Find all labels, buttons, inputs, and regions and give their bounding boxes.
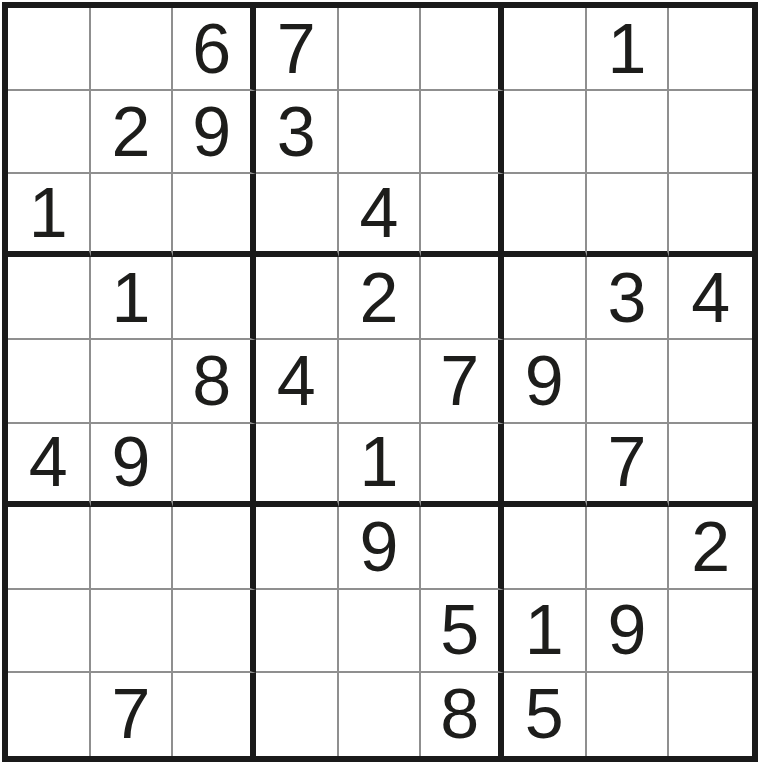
cell-r2c5[interactable]	[339, 91, 422, 174]
given-digit: 4	[691, 263, 730, 333]
cell-r2c4[interactable]: 3	[256, 91, 339, 174]
given-digit: 1	[29, 178, 68, 248]
cell-r7c3[interactable]	[173, 507, 256, 590]
cell-r4c3[interactable]	[173, 257, 256, 340]
cell-r2c2[interactable]: 2	[91, 91, 174, 174]
cell-r3c7[interactable]	[504, 174, 587, 257]
given-digit: 3	[608, 263, 647, 333]
cell-r7c7[interactable]	[504, 507, 587, 590]
cell-r2c6[interactable]	[421, 91, 504, 174]
cell-r6c6[interactable]	[421, 424, 504, 507]
given-digit: 4	[360, 178, 399, 248]
given-digit: 8	[192, 346, 231, 416]
cell-r1c6[interactable]	[421, 8, 504, 91]
given-digit: 5	[525, 679, 564, 749]
cell-r9c4[interactable]	[256, 673, 339, 756]
cell-r6c7[interactable]	[504, 424, 587, 507]
cell-r9c2[interactable]: 7	[91, 673, 174, 756]
cell-r9c3[interactable]	[173, 673, 256, 756]
cell-r4c2[interactable]: 1	[91, 257, 174, 340]
given-digit: 7	[112, 679, 151, 749]
cell-r8c4[interactable]	[256, 590, 339, 673]
cell-r2c1[interactable]	[8, 91, 91, 174]
cell-r7c6[interactable]	[421, 507, 504, 590]
cell-r6c2[interactable]: 9	[91, 424, 174, 507]
cell-r3c8[interactable]	[587, 174, 670, 257]
cell-r5c3[interactable]: 8	[173, 340, 256, 423]
cell-r4c4[interactable]	[256, 257, 339, 340]
cell-r4c7[interactable]	[504, 257, 587, 340]
cell-r8c3[interactable]	[173, 590, 256, 673]
cell-r9c9[interactable]	[669, 673, 752, 756]
given-digit: 9	[525, 346, 564, 416]
cell-r3c9[interactable]	[669, 174, 752, 257]
cell-r5c5[interactable]	[339, 340, 422, 423]
cell-r3c5[interactable]: 4	[339, 174, 422, 257]
given-digit: 1	[112, 263, 151, 333]
cell-r5c2[interactable]	[91, 340, 174, 423]
cell-r9c1[interactable]	[8, 673, 91, 756]
cell-r6c8[interactable]: 7	[587, 424, 670, 507]
cell-r4c1[interactable]	[8, 257, 91, 340]
given-digit: 8	[440, 679, 479, 749]
cell-r5c9[interactable]	[669, 340, 752, 423]
given-digit: 2	[360, 263, 399, 333]
cell-r5c8[interactable]	[587, 340, 670, 423]
given-digit: 9	[608, 595, 647, 665]
cell-r7c8[interactable]	[587, 507, 670, 590]
cell-r7c1[interactable]	[8, 507, 91, 590]
cell-r8c1[interactable]	[8, 590, 91, 673]
cell-r1c3[interactable]: 6	[173, 8, 256, 91]
cell-r3c4[interactable]	[256, 174, 339, 257]
given-digit: 4	[277, 346, 316, 416]
cell-r8c5[interactable]	[339, 590, 422, 673]
given-digit: 2	[112, 97, 151, 167]
cell-r5c1[interactable]	[8, 340, 91, 423]
cell-r1c2[interactable]	[91, 8, 174, 91]
cell-r4c5[interactable]: 2	[339, 257, 422, 340]
cell-r9c6[interactable]: 8	[421, 673, 504, 756]
cell-r7c4[interactable]	[256, 507, 339, 590]
cell-r3c2[interactable]	[91, 174, 174, 257]
cell-r7c2[interactable]	[91, 507, 174, 590]
cell-r4c9[interactable]: 4	[669, 257, 752, 340]
given-digit: 7	[277, 14, 316, 84]
cell-r8c2[interactable]	[91, 590, 174, 673]
given-digit: 4	[29, 427, 68, 497]
cell-r1c7[interactable]	[504, 8, 587, 91]
cell-r7c5[interactable]: 9	[339, 507, 422, 590]
cell-r8c7[interactable]: 1	[504, 590, 587, 673]
given-digit: 5	[440, 595, 479, 665]
given-digit: 9	[112, 427, 151, 497]
cell-r1c8[interactable]: 1	[587, 8, 670, 91]
cell-r5c7[interactable]: 9	[504, 340, 587, 423]
given-digit: 6	[192, 14, 231, 84]
cell-r6c4[interactable]	[256, 424, 339, 507]
cell-r6c5[interactable]: 1	[339, 424, 422, 507]
cell-r9c5[interactable]	[339, 673, 422, 756]
cell-r9c7[interactable]: 5	[504, 673, 587, 756]
cell-r6c9[interactable]	[669, 424, 752, 507]
cell-r4c8[interactable]: 3	[587, 257, 670, 340]
given-digit: 1	[360, 427, 399, 497]
cell-r5c6[interactable]: 7	[421, 340, 504, 423]
cell-r1c9[interactable]	[669, 8, 752, 91]
given-digit: 2	[691, 512, 730, 582]
given-digit: 3	[277, 97, 316, 167]
cell-r6c3[interactable]	[173, 424, 256, 507]
sudoku-page: 6712931412348479491792519785	[0, 0, 760, 764]
cell-r1c4[interactable]: 7	[256, 8, 339, 91]
cell-r3c6[interactable]	[421, 174, 504, 257]
cell-r2c8[interactable]	[587, 91, 670, 174]
given-digit: 7	[608, 427, 647, 497]
cell-r4c6[interactable]	[421, 257, 504, 340]
cell-r3c1[interactable]: 1	[8, 174, 91, 257]
cell-r6c1[interactable]: 4	[8, 424, 91, 507]
cell-r5c4[interactable]: 4	[256, 340, 339, 423]
sudoku-board: 6712931412348479491792519785	[2, 2, 758, 762]
cell-r8c8[interactable]: 9	[587, 590, 670, 673]
given-digit: 7	[440, 346, 479, 416]
cell-r8c9[interactable]	[669, 590, 752, 673]
cell-r1c5[interactable]	[339, 8, 422, 91]
cell-r9c8[interactable]	[587, 673, 670, 756]
given-digit: 1	[608, 14, 647, 84]
cell-r2c7[interactable]	[504, 91, 587, 174]
given-digit: 9	[192, 97, 231, 167]
given-digit: 9	[360, 512, 399, 582]
cell-r3c3[interactable]	[173, 174, 256, 257]
cell-r7c9[interactable]: 2	[669, 507, 752, 590]
cell-r1c1[interactable]	[8, 8, 91, 91]
cell-r2c3[interactable]: 9	[173, 91, 256, 174]
cell-r2c9[interactable]	[669, 91, 752, 174]
cell-r8c6[interactable]: 5	[421, 590, 504, 673]
given-digit: 1	[525, 595, 564, 665]
